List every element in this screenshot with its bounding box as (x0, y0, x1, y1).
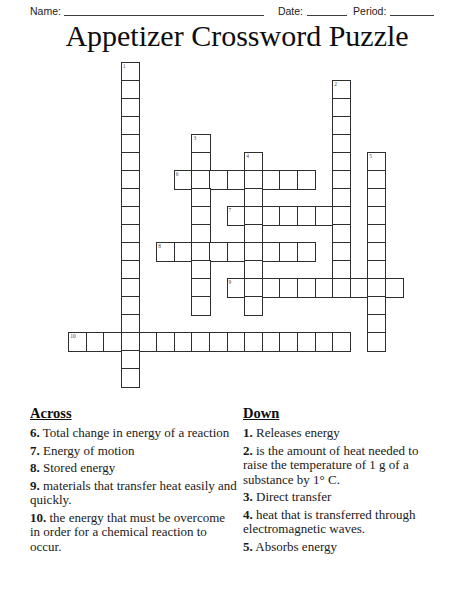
grid-cell-r15c11[interactable] (262, 332, 281, 352)
cell-number-5: 5 (369, 153, 372, 160)
down-clue-1: 1. Releases energy (243, 426, 444, 441)
grid-cell-r15c3[interactable] (121, 332, 140, 352)
clue-text: Absorbs energy (253, 539, 337, 554)
grid-cell-r9c10[interactable] (244, 224, 263, 244)
grid-cell-r8c17[interactable] (367, 206, 386, 226)
clue-text: is the amount of heat needed to raise th… (243, 443, 418, 487)
grid-cell-r10c7[interactable] (191, 242, 210, 262)
clue-text: the energy that must be overcome in orde… (30, 510, 225, 554)
grid-cell-r10c13[interactable] (297, 242, 316, 262)
grid-cell-r13c7[interactable] (191, 296, 210, 316)
grid-cell-r10c3[interactable] (121, 242, 140, 262)
down-clue-list: 1. Releases energy2. is the amount of he… (243, 426, 444, 554)
grid-cell-r2c15[interactable] (332, 98, 351, 118)
grid-cell-r9c3[interactable] (121, 224, 140, 244)
grid-cell-r12c14[interactable] (315, 278, 334, 298)
grid-cell-r7c7[interactable] (191, 188, 210, 208)
grid-cell-r8c7[interactable] (191, 206, 210, 226)
grid-cell-r11c17[interactable] (367, 260, 386, 280)
cell-number-6: 6 (176, 171, 179, 178)
grid-cell-r1c3[interactable] (121, 80, 140, 100)
grid-cell-r9c15[interactable] (332, 224, 351, 244)
grid-cell-r6c7[interactable] (191, 170, 210, 190)
grid-cell-r3c15[interactable] (332, 116, 351, 136)
grid-cell-r12c9[interactable]: 9 (227, 278, 246, 298)
grid-cell-r8c10[interactable] (244, 206, 263, 226)
page-title: Appetizer Crossword Puzzle (0, 19, 474, 53)
grid-cell-r9c17[interactable] (367, 224, 386, 244)
grid-cell-r8c3[interactable] (121, 206, 140, 226)
grid-cell-r6c12[interactable] (279, 170, 298, 190)
clue-text: Direct transfer (253, 489, 332, 504)
clue-number: 8. (30, 460, 40, 475)
grid-cell-r6c6[interactable]: 6 (174, 170, 193, 190)
clue-text: Stored energy (40, 460, 116, 475)
grid-cell-r15c17[interactable] (367, 332, 386, 352)
grid-cell-r15c4[interactable] (139, 332, 158, 352)
grid-cell-r6c11[interactable] (262, 170, 281, 190)
grid-cell-r6c13[interactable] (297, 170, 316, 190)
date-label: Date: (278, 5, 303, 17)
grid-cell-r6c8[interactable] (209, 170, 228, 190)
grid-cell-r15c14[interactable] (315, 332, 334, 352)
down-clues-column: Down 1. Releases energy2. is the amount … (243, 405, 444, 557)
grid-cell-r10c15[interactable] (332, 242, 351, 262)
grid-cell-r15c12[interactable] (279, 332, 298, 352)
clue-number: 6. (30, 425, 40, 440)
grid-cell-r16c3[interactable] (121, 350, 140, 370)
grid-cell-r8c12[interactable] (279, 206, 298, 226)
date-blank-line[interactable] (307, 5, 347, 16)
grid-cell-r8c11[interactable] (262, 206, 281, 226)
cell-number-4: 4 (246, 153, 249, 160)
period-blank-line[interactable] (390, 5, 434, 16)
down-heading: Down (243, 405, 444, 422)
grid-cell-r17c3[interactable] (121, 368, 140, 388)
clue-number: 2. (243, 443, 253, 458)
grid-cell-r0c3[interactable]: 1 (121, 62, 140, 82)
clue-number: 10. (30, 510, 46, 525)
grid-cell-r10c10[interactable] (244, 242, 263, 262)
cell-number-10: 10 (70, 333, 76, 340)
grid-cell-r4c7[interactable]: 3 (191, 134, 210, 154)
grid-cell-r12c10[interactable] (244, 278, 263, 298)
grid-cell-r13c3[interactable] (121, 296, 140, 316)
grid-cell-r12c13[interactable] (297, 278, 316, 298)
across-clue-9: 9. materials that transfer heat easily a… (30, 479, 237, 508)
grid-cell-r15c6[interactable] (174, 332, 193, 352)
period-label: Period: (353, 5, 386, 17)
clue-text: Releases energy (253, 425, 340, 440)
grid-cell-r10c5[interactable]: 8 (156, 242, 175, 262)
across-clue-6: 6. Total change in energy of a reaction (30, 426, 237, 441)
grid-cell-r6c10[interactable] (244, 170, 263, 190)
grid-cell-r10c6[interactable] (174, 242, 193, 262)
grid-cell-r6c15[interactable] (332, 170, 351, 190)
cell-number-7: 7 (229, 207, 232, 214)
grid-cell-r13c10[interactable] (244, 296, 263, 316)
clues-section: Across 6. Total change in energy of a re… (30, 405, 444, 557)
grid-cell-r13c17[interactable] (367, 296, 386, 316)
down-clue-2: 2. is the amount of heat needed to raise… (243, 444, 444, 488)
across-clue-list: 6. Total change in energy of a reaction7… (30, 426, 237, 554)
across-heading: Across (30, 405, 237, 422)
down-clue-3: 3. Direct transfer (243, 490, 444, 505)
name-label: Name: (30, 5, 61, 17)
across-clue-8: 8. Stored energy (30, 461, 237, 476)
clue-text: Energy of motion (40, 443, 135, 458)
down-clue-4: 4. heat that is transferred through elec… (243, 508, 444, 537)
crossword-grid: 12345678910 (69, 63, 403, 387)
clue-number: 9. (30, 478, 40, 493)
cell-number-9: 9 (229, 279, 232, 286)
grid-cell-r6c9[interactable] (227, 170, 246, 190)
grid-cell-r6c3[interactable] (121, 170, 140, 190)
grid-cell-r12c3[interactable] (121, 278, 140, 298)
grid-cell-r4c3[interactable] (121, 134, 140, 154)
cell-number-8: 8 (158, 243, 161, 250)
grid-cell-r7c15[interactable] (332, 188, 351, 208)
clue-number: 5. (243, 539, 253, 554)
grid-cell-r1c15[interactable]: 2 (332, 80, 351, 100)
across-clue-7: 7. Energy of motion (30, 444, 237, 459)
clue-number: 7. (30, 443, 40, 458)
clue-number: 3. (243, 489, 253, 504)
grid-cell-r12c18[interactable] (385, 278, 404, 298)
down-clue-5: 5. Absorbs energy (243, 540, 444, 555)
name-blank-line[interactable] (64, 5, 264, 16)
grid-cell-r5c10[interactable]: 4 (244, 152, 263, 172)
grid-cell-r15c2[interactable] (103, 332, 122, 352)
cell-number-1: 1 (123, 63, 126, 70)
worksheet-header: Name: Date: Period: (0, 0, 474, 17)
grid-cell-r5c3[interactable] (121, 152, 140, 172)
grid-cell-r10c8[interactable] (209, 242, 228, 262)
clue-number: 1. (243, 425, 253, 440)
grid-cell-r12c15[interactable] (332, 278, 351, 298)
grid-cell-r8c15[interactable] (332, 206, 351, 226)
grid-cell-r12c16[interactable] (350, 278, 369, 298)
grid-cell-r10c17[interactable] (367, 242, 386, 262)
cell-number-2: 2 (334, 81, 337, 88)
cell-number-3: 3 (193, 135, 196, 142)
grid-cell-r15c5[interactable] (156, 332, 175, 352)
grid-cell-r15c13[interactable] (297, 332, 316, 352)
grid-cell-r4c15[interactable] (332, 134, 351, 154)
across-clues-column: Across 6. Total change in energy of a re… (30, 405, 237, 557)
grid-cell-r11c15[interactable] (332, 260, 351, 280)
grid-cell-r7c17[interactable] (367, 188, 386, 208)
grid-cell-r12c7[interactable] (191, 278, 210, 298)
grid-cell-r8c14[interactable] (315, 206, 334, 226)
grid-cell-r9c7[interactable] (191, 224, 210, 244)
clue-text: materials that transfer heat easily and … (30, 478, 237, 508)
grid-cell-r10c9[interactable] (227, 242, 246, 262)
grid-cell-r14c17[interactable] (367, 314, 386, 334)
grid-cell-r11c7[interactable] (191, 260, 210, 280)
grid-cell-r15c9[interactable] (227, 332, 246, 352)
grid-cell-r11c10[interactable] (244, 260, 263, 280)
grid-cell-r12c12[interactable] (279, 278, 298, 298)
grid-cell-r12c11[interactable] (262, 278, 281, 298)
grid-cell-r3c3[interactable] (121, 116, 140, 136)
grid-cell-r15c1[interactable] (86, 332, 105, 352)
grid-cell-r8c13[interactable] (297, 206, 316, 226)
grid-cell-r10c12[interactable] (279, 242, 298, 262)
grid-cell-r5c15[interactable] (332, 152, 351, 172)
clue-text: heat that is transferred through electro… (243, 507, 416, 537)
grid-cell-r7c3[interactable] (121, 188, 140, 208)
clue-text: Total change in energy of a reaction (40, 425, 230, 440)
grid-cell-r15c0[interactable]: 10 (68, 332, 87, 352)
across-clue-10: 10. the energy that must be overcome in … (30, 511, 237, 555)
grid-cell-r10c11[interactable] (262, 242, 281, 262)
grid-cell-r11c3[interactable] (121, 260, 140, 280)
grid-cell-r15c7[interactable] (191, 332, 210, 352)
grid-cell-r5c17[interactable]: 5 (367, 152, 386, 172)
grid-cell-r7c10[interactable] (244, 188, 263, 208)
grid-cell-r2c3[interactable] (121, 98, 140, 118)
grid-cell-r5c7[interactable] (191, 152, 210, 172)
grid-cell-r14c3[interactable] (121, 314, 140, 334)
grid-cell-r8c9[interactable]: 7 (227, 206, 246, 226)
grid-cell-r12c17[interactable] (367, 278, 386, 298)
grid-cell-r15c15[interactable] (332, 332, 351, 352)
grid-cell-r6c17[interactable] (367, 170, 386, 190)
clue-number: 4. (243, 507, 253, 522)
grid-cell-r15c10[interactable] (244, 332, 263, 352)
grid-cell-r15c8[interactable] (209, 332, 228, 352)
